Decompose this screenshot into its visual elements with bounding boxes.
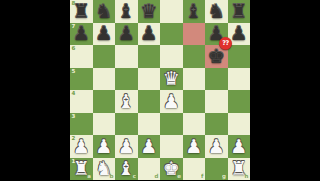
square-b3[interactable]: [93, 113, 116, 136]
square-h8[interactable]: ♜: [228, 0, 251, 23]
blunder-badge-label: ??: [222, 40, 228, 47]
square-b1[interactable]: b♞: [93, 158, 116, 181]
piece-white-bishop[interactable]: ♝: [118, 91, 135, 110]
square-c6[interactable]: [115, 45, 138, 68]
piece-white-rook[interactable]: ♜: [230, 159, 247, 178]
piece-black-knight[interactable]: ♞: [208, 1, 225, 20]
square-g5[interactable]: [205, 68, 228, 91]
square-c4[interactable]: ♝: [115, 90, 138, 113]
piece-black-pawn[interactable]: ♟: [118, 24, 135, 43]
rank-label-6: 6: [72, 46, 76, 52]
square-d1[interactable]: d: [138, 158, 161, 181]
piece-black-queen[interactable]: ♛: [140, 1, 157, 20]
file-label-f: f: [201, 174, 203, 180]
square-h3[interactable]: [228, 113, 251, 136]
square-b7[interactable]: ♟: [93, 23, 116, 46]
piece-white-bishop[interactable]: ♝: [118, 159, 135, 178]
square-a1[interactable]: 1a♜: [70, 158, 93, 181]
square-f7[interactable]: [183, 23, 206, 46]
square-e7[interactable]: [160, 23, 183, 46]
letterbox-left: [0, 0, 70, 180]
square-b5[interactable]: [93, 68, 116, 91]
piece-black-rook[interactable]: ♜: [73, 1, 90, 20]
square-d3[interactable]: [138, 113, 161, 136]
square-h2[interactable]: ♟: [228, 135, 251, 158]
piece-black-rook[interactable]: ♜: [230, 1, 247, 20]
square-g4[interactable]: [205, 90, 228, 113]
square-e2[interactable]: [160, 135, 183, 158]
square-c7[interactable]: ♟: [115, 23, 138, 46]
square-a4[interactable]: 4: [70, 90, 93, 113]
square-f2[interactable]: ♟: [183, 135, 206, 158]
square-a3[interactable]: 3: [70, 113, 93, 136]
square-d6[interactable]: [138, 45, 161, 68]
square-e5[interactable]: ♛: [160, 68, 183, 91]
piece-white-pawn[interactable]: ♟: [163, 91, 180, 110]
rank-label-4: 4: [72, 91, 76, 97]
square-h5[interactable]: [228, 68, 251, 91]
square-b6[interactable]: [93, 45, 116, 68]
square-c8[interactable]: ♝: [115, 0, 138, 23]
piece-black-pawn[interactable]: ♟: [95, 24, 112, 43]
square-a7[interactable]: 7♟: [70, 23, 93, 46]
square-h6[interactable]: [228, 45, 251, 68]
square-e1[interactable]: e♚: [160, 158, 183, 181]
square-f3[interactable]: [183, 113, 206, 136]
square-g8[interactable]: ♞: [205, 0, 228, 23]
square-e4[interactable]: ♟: [160, 90, 183, 113]
square-h4[interactable]: [228, 90, 251, 113]
square-b4[interactable]: [93, 90, 116, 113]
piece-white-pawn[interactable]: ♟: [118, 136, 135, 155]
square-f6[interactable]: [183, 45, 206, 68]
piece-black-bishop[interactable]: ♝: [185, 1, 202, 20]
square-a6[interactable]: 6: [70, 45, 93, 68]
rank-label-3: 3: [72, 114, 76, 120]
square-c1[interactable]: c♝: [115, 158, 138, 181]
piece-white-pawn[interactable]: ♟: [95, 136, 112, 155]
piece-black-pawn[interactable]: ♟: [230, 24, 247, 43]
square-e8[interactable]: [160, 0, 183, 23]
square-a8[interactable]: 8♜: [70, 0, 93, 23]
chess-board: 8♜♞♝♛♝♞♜7♟♟♟♟♟♟6♚5♛4♝♟32♟♟♟♟♟♟♟1a♜b♞c♝de…: [70, 0, 250, 180]
piece-black-pawn[interactable]: ♟: [73, 24, 90, 43]
square-c3[interactable]: [115, 113, 138, 136]
piece-white-pawn[interactable]: ♟: [140, 136, 157, 155]
piece-white-pawn[interactable]: ♟: [73, 136, 90, 155]
square-g1[interactable]: g: [205, 158, 228, 181]
square-e6[interactable]: [160, 45, 183, 68]
piece-white-king[interactable]: ♚: [163, 159, 180, 178]
square-d4[interactable]: [138, 90, 161, 113]
square-d2[interactable]: ♟: [138, 135, 161, 158]
piece-white-pawn[interactable]: ♟: [185, 136, 202, 155]
square-a5[interactable]: 5: [70, 68, 93, 91]
piece-white-pawn[interactable]: ♟: [208, 136, 225, 155]
square-d7[interactable]: ♟: [138, 23, 161, 46]
file-label-g: g: [222, 174, 226, 180]
video-frame: 8♜♞♝♛♝♞♜7♟♟♟♟♟♟6♚5♛4♝♟32♟♟♟♟♟♟♟1a♜b♞c♝de…: [0, 0, 320, 180]
square-g2[interactable]: ♟: [205, 135, 228, 158]
square-c2[interactable]: ♟: [115, 135, 138, 158]
square-b8[interactable]: ♞: [93, 0, 116, 23]
piece-black-pawn[interactable]: ♟: [140, 24, 157, 43]
square-f5[interactable]: [183, 68, 206, 91]
letterbox-right: [250, 0, 320, 180]
piece-white-queen[interactable]: ♛: [163, 69, 180, 88]
square-h1[interactable]: h♜: [228, 158, 251, 181]
square-d5[interactable]: [138, 68, 161, 91]
square-c5[interactable]: [115, 68, 138, 91]
piece-white-knight[interactable]: ♞: [95, 159, 112, 178]
blunder-badge: ??: [219, 37, 232, 50]
rank-label-5: 5: [72, 69, 76, 75]
piece-white-rook[interactable]: ♜: [73, 159, 90, 178]
square-a2[interactable]: 2♟: [70, 135, 93, 158]
square-e3[interactable]: [160, 113, 183, 136]
piece-white-pawn[interactable]: ♟: [230, 136, 247, 155]
square-d8[interactable]: ♛: [138, 0, 161, 23]
square-b2[interactable]: ♟: [93, 135, 116, 158]
square-f4[interactable]: [183, 90, 206, 113]
file-label-d: d: [155, 174, 159, 180]
square-f1[interactable]: f: [183, 158, 206, 181]
piece-black-knight[interactable]: ♞: [95, 1, 112, 20]
square-g3[interactable]: [205, 113, 228, 136]
piece-black-bishop[interactable]: ♝: [118, 1, 135, 20]
square-f8[interactable]: ♝: [183, 0, 206, 23]
